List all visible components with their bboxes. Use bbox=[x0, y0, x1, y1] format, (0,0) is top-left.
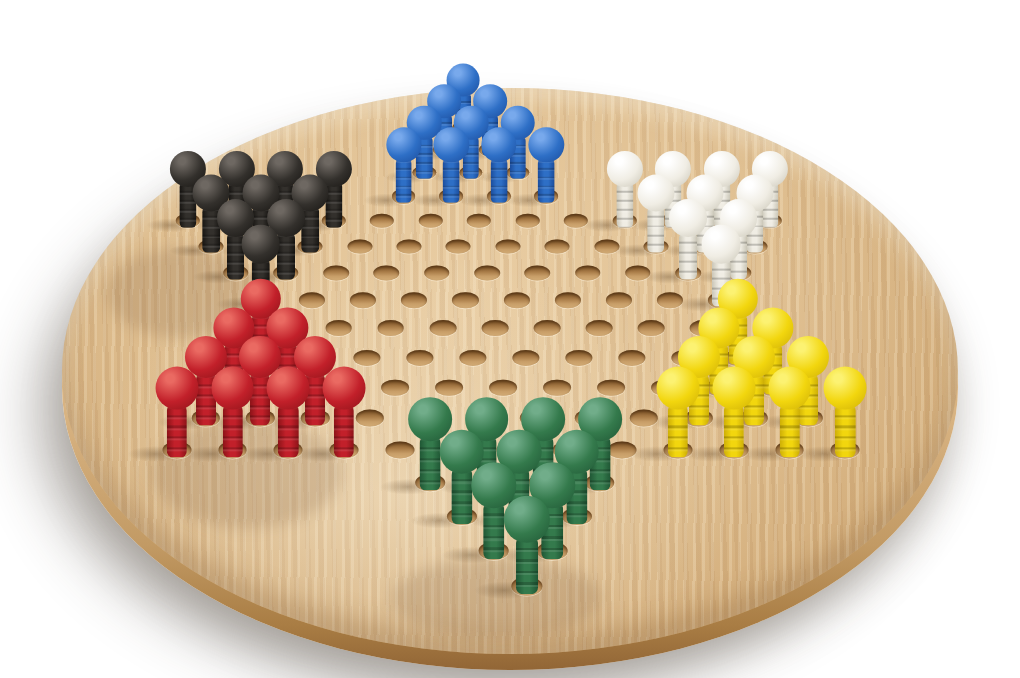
hole[interactable] bbox=[424, 265, 450, 280]
peg-shaft bbox=[334, 404, 354, 458]
peg-ball bbox=[712, 367, 755, 410]
hole[interactable] bbox=[545, 239, 570, 254]
peg-ball bbox=[439, 430, 484, 475]
hole[interactable] bbox=[374, 265, 400, 280]
hole[interactable] bbox=[377, 320, 404, 336]
peg-shaft bbox=[167, 404, 187, 458]
photo-background bbox=[0, 0, 1020, 678]
peg-shaft bbox=[222, 404, 242, 458]
hole[interactable] bbox=[575, 265, 601, 280]
peg-ball bbox=[824, 367, 867, 410]
peg-shaft bbox=[443, 158, 460, 202]
peg-shaft bbox=[647, 207, 665, 253]
peg-shaft bbox=[278, 404, 298, 458]
hole[interactable] bbox=[430, 320, 457, 336]
peg-ball bbox=[669, 199, 707, 237]
peg-shaft bbox=[616, 182, 633, 227]
hole[interactable] bbox=[446, 239, 471, 254]
hole[interactable] bbox=[534, 320, 561, 336]
peg-ball bbox=[768, 367, 811, 410]
peg-shaft bbox=[679, 232, 697, 279]
hole[interactable] bbox=[323, 265, 349, 280]
peg-shaft bbox=[779, 404, 799, 458]
peg-shaft bbox=[451, 469, 472, 525]
hole[interactable] bbox=[474, 265, 500, 280]
peg-shaft bbox=[724, 404, 744, 458]
peg-shaft bbox=[835, 404, 855, 458]
hole[interactable] bbox=[347, 239, 372, 254]
peg-ball bbox=[267, 367, 310, 410]
peg-shaft bbox=[668, 404, 688, 458]
peg-shaft bbox=[483, 502, 505, 559]
hole[interactable] bbox=[356, 410, 384, 427]
peg-ball bbox=[211, 367, 254, 410]
hole[interactable] bbox=[396, 239, 421, 254]
hole[interactable] bbox=[525, 265, 551, 280]
peg-ball bbox=[322, 367, 365, 410]
peg-shaft bbox=[420, 436, 441, 491]
peg-ball bbox=[702, 225, 741, 264]
peg-ball bbox=[637, 174, 674, 211]
peg-shaft bbox=[395, 158, 412, 202]
peg-ball bbox=[155, 367, 198, 410]
hole[interactable] bbox=[385, 442, 414, 459]
hole[interactable] bbox=[638, 320, 665, 336]
hole[interactable] bbox=[495, 239, 520, 254]
peg-ball bbox=[657, 367, 700, 410]
peg-shaft bbox=[490, 158, 507, 202]
peg-shaft bbox=[538, 158, 555, 202]
hole[interactable] bbox=[325, 320, 352, 336]
peg-ball bbox=[241, 225, 280, 264]
hole[interactable] bbox=[482, 320, 509, 336]
hole[interactable] bbox=[586, 320, 613, 336]
peg-shaft bbox=[516, 537, 538, 595]
